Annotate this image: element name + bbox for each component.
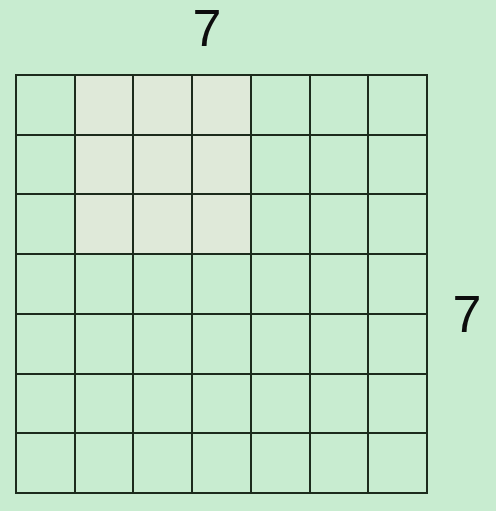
cell-r3c3: [134, 195, 191, 253]
cell-r1c2: [76, 76, 133, 134]
cell-r4c6: [311, 255, 368, 313]
cell-r6c4: [193, 375, 250, 433]
cell-r7c7: [369, 434, 426, 492]
cell-r6c2: [76, 375, 133, 433]
cell-r3c5: [252, 195, 309, 253]
cell-r2c1: [17, 136, 74, 194]
cell-r1c1: [17, 76, 74, 134]
cell-r4c7: [369, 255, 426, 313]
cell-r5c7: [369, 315, 426, 373]
cell-r4c2: [76, 255, 133, 313]
cell-r1c7: [369, 76, 426, 134]
board-grid: [15, 74, 428, 494]
cell-r3c7: [369, 195, 426, 253]
cell-r4c4: [193, 255, 250, 313]
cell-r1c4: [193, 76, 250, 134]
cell-r5c6: [311, 315, 368, 373]
cell-r7c3: [134, 434, 191, 492]
cell-r1c5: [252, 76, 309, 134]
cell-r6c1: [17, 375, 74, 433]
cell-r5c2: [76, 315, 133, 373]
cell-r6c7: [369, 375, 426, 433]
cell-r2c7: [369, 136, 426, 194]
cell-r5c4: [193, 315, 250, 373]
cell-r4c1: [17, 255, 74, 313]
cell-r5c5: [252, 315, 309, 373]
cell-r2c3: [134, 136, 191, 194]
cell-r4c5: [252, 255, 309, 313]
cell-r2c2: [76, 136, 133, 194]
cell-r5c1: [17, 315, 74, 373]
cell-r7c1: [17, 434, 74, 492]
cell-r3c1: [17, 195, 74, 253]
right-count-label: 7: [440, 288, 494, 340]
cell-r5c3: [134, 315, 191, 373]
cell-r3c4: [193, 195, 250, 253]
cell-r6c5: [252, 375, 309, 433]
cell-r2c6: [311, 136, 368, 194]
cell-r6c6: [311, 375, 368, 433]
cell-r7c5: [252, 434, 309, 492]
cell-r4c3: [134, 255, 191, 313]
cell-r1c6: [311, 76, 368, 134]
cell-r1c3: [134, 76, 191, 134]
cell-r7c6: [311, 434, 368, 492]
diagram-stage: 7 7: [0, 0, 496, 511]
cell-r2c5: [252, 136, 309, 194]
cell-r6c3: [134, 375, 191, 433]
top-count-label: 7: [180, 2, 234, 54]
cell-r7c4: [193, 434, 250, 492]
cell-r7c2: [76, 434, 133, 492]
cell-r2c4: [193, 136, 250, 194]
cell-r3c6: [311, 195, 368, 253]
cell-r3c2: [76, 195, 133, 253]
